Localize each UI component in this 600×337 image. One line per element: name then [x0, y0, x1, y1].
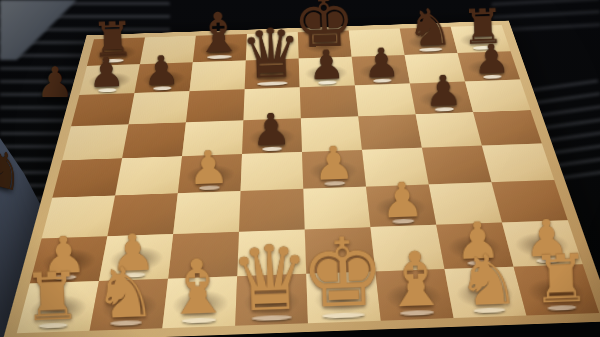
square-h4[interactable] — [482, 143, 554, 182]
square-b1[interactable]: ♞ — [90, 278, 169, 330]
square-a4[interactable] — [52, 158, 122, 197]
piece-black-queen-d7[interactable]: ♛ — [239, 18, 302, 88]
square-h5[interactable] — [473, 110, 542, 145]
piece-white-rook-a1[interactable]: ♜ — [22, 263, 83, 330]
black-pawn-glyph: ♟ — [36, 62, 74, 104]
square-a1[interactable]: ♜ — [17, 281, 99, 333]
square-g1[interactable]: ♞ — [444, 266, 526, 317]
piece-white-pawn-f3[interactable]: ♟ — [380, 175, 425, 225]
square-b5[interactable] — [122, 122, 186, 158]
square-e7[interactable]: ♟ — [299, 56, 355, 86]
piece-black-pawn-d5[interactable]: ♟ — [251, 107, 292, 152]
square-f1[interactable]: ♝ — [375, 269, 453, 321]
piece-black-pawn-e7[interactable]: ♟ — [308, 44, 346, 86]
square-b6[interactable] — [129, 91, 190, 124]
piece-black-pawn-b7[interactable]: ♟ — [143, 50, 181, 92]
piece-black-knight-g8[interactable]: ♞ — [406, 1, 454, 54]
piece-black-pawn-h7[interactable]: ♟ — [473, 38, 511, 80]
piece-white-pawn-c4[interactable]: ♟ — [187, 144, 230, 191]
square-g4[interactable] — [422, 145, 492, 184]
square-e1[interactable]: ♚ — [306, 271, 381, 323]
square-d4[interactable] — [241, 152, 304, 191]
chessboard: ♜♝♚♞♜♟♟♛♟♟♟♟♟♟♟♟♟♟♟♟♜♞♝♛♚♝♞♜ — [2, 20, 600, 337]
square-f5[interactable] — [358, 114, 422, 150]
piece-white-knight-b1[interactable]: ♞ — [92, 256, 157, 328]
square-c7[interactable] — [190, 60, 246, 91]
square-c8[interactable]: ♝ — [193, 33, 247, 61]
museum-chess-display: ♟ ♞ ♜♝♚♞♜♟♟♛♟♟♟♟♟♟♟♟♟♟♟♟♜♞♝♛♚♝♞♜ — [0, 0, 600, 337]
piece-white-knight-g1[interactable]: ♞ — [456, 243, 521, 315]
piece-black-pawn-a7[interactable]: ♟ — [88, 51, 126, 93]
square-e4[interactable]: ♟ — [302, 149, 366, 188]
piece-white-bishop-f1[interactable]: ♝ — [381, 241, 451, 318]
display-case-corner — [0, 0, 78, 60]
square-c1[interactable]: ♝ — [162, 276, 237, 328]
square-f7[interactable]: ♟ — [352, 54, 410, 84]
square-d5[interactable]: ♟ — [242, 118, 302, 154]
square-c6[interactable] — [186, 89, 245, 122]
square-g8[interactable]: ♞ — [400, 26, 458, 54]
piece-black-pawn-g6[interactable]: ♟ — [424, 69, 463, 112]
square-b7[interactable]: ♟ — [134, 62, 192, 93]
square-g6[interactable]: ♟ — [410, 81, 473, 114]
square-b4[interactable] — [115, 156, 182, 195]
piece-white-king-e1[interactable]: ♚ — [299, 224, 387, 321]
square-f6[interactable] — [355, 83, 416, 116]
captured-black-pawn: ♟ — [36, 62, 74, 104]
square-d7[interactable]: ♛ — [245, 58, 300, 89]
square-d1[interactable]: ♛ — [235, 273, 308, 325]
piece-white-rook-h1[interactable]: ♜ — [531, 246, 592, 313]
piece-white-pawn-e4[interactable]: ♟ — [312, 139, 355, 186]
square-a6[interactable] — [71, 92, 134, 125]
square-h1[interactable]: ♜ — [514, 264, 600, 315]
square-c4[interactable]: ♟ — [178, 154, 242, 193]
chessboard-wrap: ♜♝♚♞♜♟♟♛♟♟♟♟♟♟♟♟♟♟♟♟♜♞♝♛♚♝♞♜ — [2, 20, 600, 337]
square-a7[interactable]: ♟ — [79, 64, 140, 95]
piece-black-bishop-c8[interactable]: ♝ — [193, 4, 244, 60]
square-h6[interactable] — [465, 79, 530, 112]
piece-white-bishop-c1[interactable]: ♝ — [163, 248, 233, 325]
piece-black-pawn-f7[interactable]: ♟ — [363, 42, 401, 84]
square-h7[interactable]: ♟ — [458, 51, 521, 81]
square-g5[interactable] — [416, 112, 482, 148]
square-a5[interactable] — [62, 124, 128, 160]
square-e6[interactable] — [300, 85, 359, 118]
